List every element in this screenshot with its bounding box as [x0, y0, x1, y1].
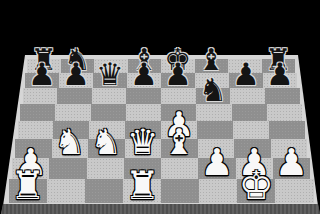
square-a2[interactable]: ♟: [12, 158, 49, 179]
piece-black-knight: ♞: [64, 45, 91, 75]
square-h5[interactable]: [267, 104, 302, 121]
piece-black-king: ♚: [164, 45, 191, 75]
square-f7[interactable]: [195, 73, 229, 88]
square-g5[interactable]: [232, 104, 267, 121]
rank-5: [20, 104, 302, 121]
square-f6[interactable]: ♞: [196, 88, 231, 104]
square-g7[interactable]: ♟: [229, 73, 263, 88]
square-e3[interactable]: ♝: [161, 139, 198, 158]
square-g6[interactable]: [230, 88, 265, 104]
square-c7[interactable]: ♛: [93, 73, 127, 88]
chess-app-screen: ♜♞♝♚♝♜♟♟♛♟♟♟♟♞♟♞♞♛♝♟♟♟♟♜♜♚: [0, 0, 320, 214]
piece-black-bishop: ♝: [131, 45, 158, 75]
square-b5[interactable]: [55, 104, 90, 121]
square-h3[interactable]: [271, 139, 308, 158]
square-c5[interactable]: [91, 104, 126, 121]
square-b8[interactable]: ♞: [61, 59, 95, 73]
square-c4[interactable]: [89, 121, 125, 139]
rank-8: ♜♞♝♚♝♜: [27, 59, 295, 73]
square-h7[interactable]: ♟: [263, 73, 297, 88]
square-a5[interactable]: [20, 104, 55, 121]
square-a6[interactable]: [23, 88, 58, 104]
square-h4[interactable]: [269, 121, 305, 139]
square-h1[interactable]: [275, 179, 313, 203]
square-a4[interactable]: [18, 121, 54, 139]
rank-6: ♞: [23, 88, 300, 104]
square-g4[interactable]: [233, 121, 269, 139]
square-a3[interactable]: [15, 139, 52, 158]
square-e4[interactable]: ♟: [161, 121, 197, 139]
square-c1[interactable]: [85, 179, 123, 203]
square-f1[interactable]: [199, 179, 237, 203]
square-f2[interactable]: ♟: [198, 158, 235, 179]
square-b3[interactable]: ♞: [52, 139, 89, 158]
square-g8[interactable]: [228, 59, 262, 73]
square-d3[interactable]: ♛: [125, 139, 162, 158]
piece-black-rook: ♜: [30, 45, 57, 75]
chess-board: ♜♞♝♚♝♜♟♟♛♟♟♟♟♞♟♞♞♛♝♟♟♟♟♜♜♚: [0, 0, 320, 214]
square-g1[interactable]: ♚: [237, 179, 275, 203]
square-c2[interactable]: [87, 158, 124, 179]
square-e5[interactable]: [161, 104, 196, 121]
square-d1[interactable]: ♜: [123, 179, 161, 203]
square-c8[interactable]: [94, 59, 128, 73]
square-f5[interactable]: [196, 104, 231, 121]
square-e6[interactable]: [161, 88, 196, 104]
square-h2[interactable]: ♟: [273, 158, 310, 179]
rank-3: ♞♞♛♝: [15, 139, 307, 158]
square-b4[interactable]: [53, 121, 89, 139]
square-d2[interactable]: [124, 158, 161, 179]
square-a8[interactable]: ♜: [27, 59, 61, 73]
square-e8[interactable]: ♚: [161, 59, 195, 73]
rank-4: ♟: [18, 121, 305, 139]
piece-black-rook: ♜: [265, 45, 292, 75]
square-f3[interactable]: [198, 139, 235, 158]
piece-black-bishop: ♝: [198, 45, 225, 75]
square-e1[interactable]: [161, 179, 199, 203]
square-h6[interactable]: [265, 88, 300, 104]
square-e2[interactable]: [161, 158, 198, 179]
square-h8[interactable]: ♜: [262, 59, 296, 73]
square-c6[interactable]: [92, 88, 127, 104]
square-g3[interactable]: [234, 139, 271, 158]
square-f8[interactable]: ♝: [195, 59, 229, 73]
square-a1[interactable]: ♜: [9, 179, 47, 203]
square-e7[interactable]: ♟: [161, 73, 195, 88]
square-d7[interactable]: ♟: [127, 73, 161, 88]
rank-2: ♟♟♟♟: [12, 158, 310, 179]
square-a7[interactable]: ♟: [25, 73, 59, 88]
square-d5[interactable]: [126, 104, 161, 121]
square-d6[interactable]: [126, 88, 161, 104]
square-b7[interactable]: ♟: [59, 73, 93, 88]
square-b2[interactable]: [49, 158, 86, 179]
square-f4[interactable]: [197, 121, 233, 139]
square-d8[interactable]: ♝: [128, 59, 162, 73]
square-b6[interactable]: [57, 88, 92, 104]
rank-7: ♟♟♛♟♟♟♟: [25, 73, 297, 88]
square-c3[interactable]: ♞: [88, 139, 125, 158]
square-g2[interactable]: ♟: [236, 158, 273, 179]
square-b1[interactable]: [47, 179, 85, 203]
rank-1: ♜♜♚: [9, 179, 314, 203]
square-d4[interactable]: [125, 121, 161, 139]
